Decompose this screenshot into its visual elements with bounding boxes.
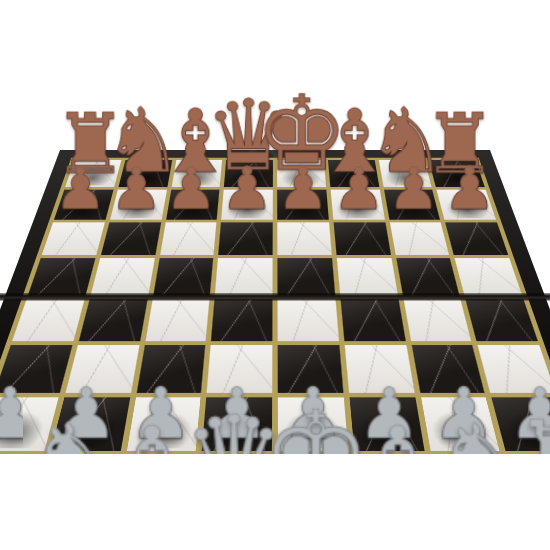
- square-e5: [277, 258, 335, 295]
- square-f4: [340, 299, 405, 341]
- square-a6: [42, 222, 105, 255]
- square-a4: [12, 299, 84, 341]
- photo-bottom-margin: [0, 454, 550, 550]
- square-c6: [160, 222, 217, 255]
- copper-pawn-glyph: ♟: [388, 159, 440, 217]
- square-c5: [153, 258, 214, 295]
- square-d4: [211, 299, 272, 341]
- square-g7: ♟: [384, 189, 441, 219]
- square-e6: [277, 222, 331, 255]
- square-f7: ♟: [330, 189, 384, 219]
- square-b6: [101, 222, 161, 255]
- copper-pawn-glyph: ♟: [221, 159, 273, 217]
- copper-pawn-glyph: ♟: [166, 159, 218, 217]
- piece-black-pawn-h7: ♟: [444, 159, 496, 217]
- board-hinge: [0, 293, 550, 301]
- piece-black-pawn-b7: ♟: [110, 159, 162, 217]
- piece-black-pawn-e7: ♟: [277, 159, 329, 217]
- piece-black-pawn-c7: ♟: [166, 159, 218, 217]
- square-h5: [455, 258, 522, 295]
- piece-black-pawn-d7: ♟: [221, 159, 273, 217]
- square-c7: ♟: [166, 189, 220, 219]
- square-g6: [389, 222, 449, 255]
- square-a5: [28, 258, 95, 295]
- square-c4: [145, 299, 210, 341]
- square-b7: ♟: [110, 189, 167, 219]
- square-e7: ♟: [277, 189, 328, 219]
- square-a7: ♟: [54, 189, 113, 219]
- copper-pawn-glyph: ♟: [332, 159, 384, 217]
- square-b4: [79, 299, 147, 341]
- copper-pawn-glyph: ♟: [54, 159, 106, 217]
- square-h4: [466, 299, 538, 341]
- piece-black-pawn-f7: ♟: [332, 159, 384, 217]
- copper-pawn-glyph: ♟: [277, 159, 329, 217]
- square-g4: [403, 299, 471, 341]
- copper-pawn-glyph: ♟: [110, 159, 162, 217]
- product-photo: ♜♞♝♛♚♝♞♜♟♟♟♟♟♟♟♟♟♟♟♟♟♟♟♟♜♞♝♛♚♝♞♜: [0, 0, 550, 550]
- square-f5: [337, 258, 398, 295]
- square-b5: [90, 258, 154, 295]
- copper-pawn-glyph: ♟: [444, 159, 496, 217]
- square-g5: [396, 258, 460, 295]
- piece-black-pawn-a7: ♟: [54, 159, 106, 217]
- square-d7: ♟: [221, 189, 272, 219]
- square-f6: [333, 222, 390, 255]
- square-h7: ♟: [437, 189, 496, 219]
- piece-black-pawn-g7: ♟: [388, 159, 440, 217]
- square-e4: [278, 299, 339, 341]
- square-h6: [445, 222, 508, 255]
- square-d5: [215, 258, 273, 295]
- square-d6: [218, 222, 272, 255]
